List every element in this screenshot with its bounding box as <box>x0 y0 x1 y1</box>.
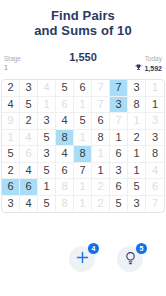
grid-cell-r3c1[interactable]: 9 <box>2 113 20 130</box>
title-line-1: Find Pairs <box>0 8 166 23</box>
grid-cell-r4c9[interactable]: 3 <box>146 130 164 147</box>
board: 2345677314516173819234567131458181235634… <box>1 79 165 213</box>
grid-cell-r6c9[interactable]: 4 <box>146 163 164 180</box>
grid-cell-r7c6[interactable]: 2 <box>92 179 110 196</box>
add-numbers-badge: 4 <box>88 243 99 254</box>
grid-cell-r2c2[interactable]: 5 <box>20 97 38 114</box>
grid-cell-r7c7[interactable]: 6 <box>110 179 128 196</box>
grid-cell-r8c8[interactable]: 3 <box>128 196 146 213</box>
grid-cell-r2c8[interactable]: 8 <box>128 97 146 114</box>
grid-cell-r6c7[interactable]: 3 <box>110 163 128 180</box>
grid-cell-r3c2[interactable]: 2 <box>20 113 38 130</box>
grid-cell-r1c3[interactable]: 4 <box>38 80 56 97</box>
grid-cell-r2c7[interactable]: 3 <box>110 97 128 114</box>
grid-cell-r3c6[interactable]: 6 <box>92 113 110 130</box>
lightbulb-icon <box>124 251 137 268</box>
grid-cell-r1c8[interactable]: 3 <box>128 80 146 97</box>
grid-cell-r8c6[interactable]: 2 <box>92 196 110 213</box>
grid-cell-r3c7[interactable]: 7 <box>110 113 128 130</box>
grid-cell-r8c9[interactable]: 7 <box>146 196 164 213</box>
grid-cell-r8c5[interactable]: 1 <box>74 196 92 213</box>
grid-cell-r5c6[interactable]: 1 <box>92 146 110 163</box>
hint-badge: 5 <box>136 243 147 254</box>
grid-cell-r6c2[interactable]: 4 <box>20 163 38 180</box>
grid-cell-r8c3[interactable]: 5 <box>38 196 56 213</box>
hint-button[interactable]: 5 <box>117 246 143 272</box>
grid-cell-r1c6[interactable]: 7 <box>92 80 110 97</box>
stage-value: 1 <box>4 64 21 71</box>
grid-cell-r7c3[interactable]: 1 <box>38 179 56 196</box>
grid-cell-r6c1[interactable]: 2 <box>2 163 20 180</box>
title-line-2: and Sums of 10 <box>0 23 166 38</box>
grid-cell-r7c1[interactable]: 6 <box>2 179 20 196</box>
grid-cell-r1c9[interactable]: 1 <box>146 80 164 97</box>
grid-cell-r6c6[interactable]: 1 <box>92 163 110 180</box>
grid-cell-r8c2[interactable]: 4 <box>20 196 38 213</box>
grid-cell-r1c7[interactable]: 7 <box>110 80 128 97</box>
page-title: Find Pairs and Sums of 10 <box>0 8 166 38</box>
grid-cell-r4c1[interactable]: 1 <box>2 130 20 147</box>
grid-cell-r4c4[interactable]: 8 <box>56 130 74 147</box>
grid-cell-r5c8[interactable]: 1 <box>128 146 146 163</box>
grid-cell-r4c7[interactable]: 1 <box>110 130 128 147</box>
plus-icon <box>76 251 89 267</box>
grid-cell-r2c4[interactable]: 6 <box>56 97 74 114</box>
grid-cell-r5c3[interactable]: 3 <box>38 146 56 163</box>
grid-cell-r7c5[interactable]: 1 <box>74 179 92 196</box>
grid-cell-r4c6[interactable]: 8 <box>92 130 110 147</box>
grid-cell-r2c9[interactable]: 1 <box>146 97 164 114</box>
grid-cell-r2c3[interactable]: 1 <box>38 97 56 114</box>
grid-cell-r3c3[interactable]: 3 <box>38 113 56 130</box>
grid-cell-r7c8[interactable]: 5 <box>128 179 146 196</box>
grid-cell-r7c4[interactable]: 8 <box>56 179 74 196</box>
grid-cell-r4c2[interactable]: 4 <box>20 130 38 147</box>
grid-cell-r7c2[interactable]: 6 <box>20 179 38 196</box>
trophy-icon <box>135 64 142 72</box>
grid-cell-r2c6[interactable]: 7 <box>92 97 110 114</box>
grid-cell-r6c8[interactable]: 1 <box>128 163 146 180</box>
grid-cell-r5c5[interactable]: 8 <box>74 146 92 163</box>
grid-cell-r4c8[interactable]: 2 <box>128 130 146 147</box>
add-numbers-button[interactable]: 4 <box>69 246 95 272</box>
grid-cell-r5c4[interactable]: 4 <box>56 146 74 163</box>
grid-cell-r1c2[interactable]: 3 <box>20 80 38 97</box>
grid-cell-r5c1[interactable]: 5 <box>2 146 20 163</box>
grid-cell-r4c3[interactable]: 5 <box>38 130 56 147</box>
grid-cell-r8c7[interactable]: 5 <box>110 196 128 213</box>
grid-cell-r8c4[interactable]: 8 <box>56 196 74 213</box>
grid-cell-r6c4[interactable]: 6 <box>56 163 74 180</box>
grid-cell-r5c7[interactable]: 6 <box>110 146 128 163</box>
grid-cell-r5c9[interactable]: 8 <box>146 146 164 163</box>
grid-cell-r3c9[interactable]: 3 <box>146 113 164 130</box>
grid-cell-r7c9[interactable]: 6 <box>146 179 164 196</box>
grid-cell-r5c2[interactable]: 6 <box>20 146 38 163</box>
grid-cell-r4c5[interactable]: 1 <box>74 130 92 147</box>
grid-cell-r3c5[interactable]: 5 <box>74 113 92 130</box>
grid-cell-r3c8[interactable]: 1 <box>128 113 146 130</box>
grid-cell-r2c1[interactable]: 4 <box>2 97 20 114</box>
grid-cell-r8c1[interactable]: 3 <box>2 196 20 213</box>
grid-cell-r1c4[interactable]: 5 <box>56 80 74 97</box>
grid-cell-r1c1[interactable]: 2 <box>2 80 20 97</box>
grid-cell-r2c5[interactable]: 1 <box>74 97 92 114</box>
grid-cell-r6c3[interactable]: 5 <box>38 163 56 180</box>
today-best-row: 1,592 <box>135 64 162 72</box>
grid-cell-r1c5[interactable]: 6 <box>74 80 92 97</box>
current-score: 1,550 <box>0 51 166 63</box>
grid-cell-r6c5[interactable]: 7 <box>74 163 92 180</box>
today-best-value: 1,592 <box>144 65 162 72</box>
grid-cell-r3c4[interactable]: 4 <box>56 113 74 130</box>
